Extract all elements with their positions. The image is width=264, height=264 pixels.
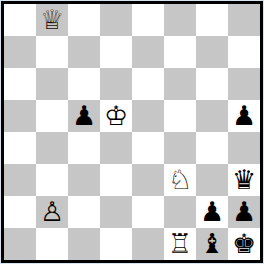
square-d6[interactable] xyxy=(100,68,132,100)
piece-black-pawn-c5: ♟ xyxy=(68,100,100,132)
square-e5[interactable] xyxy=(132,100,164,132)
piece-white-knight-f3: ♘ xyxy=(164,164,196,196)
board-border: ♕♟♔♟♘♛♙♟♟♖♝♚ xyxy=(1,1,263,263)
piece-white-king-d5: ♔ xyxy=(100,100,132,132)
chess-board: ♕♟♔♟♘♛♙♟♟♖♝♚ xyxy=(4,4,260,260)
square-c1[interactable] xyxy=(68,228,100,260)
square-a3[interactable] xyxy=(4,164,36,196)
square-b2[interactable]: ♙ xyxy=(36,196,68,228)
square-d3[interactable] xyxy=(100,164,132,196)
piece-black-bishop-g1: ♝ xyxy=(196,228,228,260)
square-h1[interactable]: ♚ xyxy=(228,228,260,260)
square-c2[interactable] xyxy=(68,196,100,228)
square-g7[interactable] xyxy=(196,36,228,68)
square-g4[interactable] xyxy=(196,132,228,164)
square-f8[interactable] xyxy=(164,4,196,36)
square-e3[interactable] xyxy=(132,164,164,196)
square-f3[interactable]: ♘ xyxy=(164,164,196,196)
piece-black-pawn-h5: ♟ xyxy=(228,100,260,132)
square-a2[interactable] xyxy=(4,196,36,228)
piece-white-pawn-b2: ♙ xyxy=(36,196,68,228)
square-c7[interactable] xyxy=(68,36,100,68)
square-b3[interactable] xyxy=(36,164,68,196)
piece-black-pawn-g2: ♟ xyxy=(196,196,228,228)
square-d1[interactable] xyxy=(100,228,132,260)
square-h2[interactable]: ♟ xyxy=(228,196,260,228)
square-e4[interactable] xyxy=(132,132,164,164)
square-e8[interactable] xyxy=(132,4,164,36)
square-b6[interactable] xyxy=(36,68,68,100)
square-g1[interactable]: ♝ xyxy=(196,228,228,260)
square-h3[interactable]: ♛ xyxy=(228,164,260,196)
square-b4[interactable] xyxy=(36,132,68,164)
square-f6[interactable] xyxy=(164,68,196,100)
square-d2[interactable] xyxy=(100,196,132,228)
square-a7[interactable] xyxy=(4,36,36,68)
square-b5[interactable] xyxy=(36,100,68,132)
square-e6[interactable] xyxy=(132,68,164,100)
square-g8[interactable] xyxy=(196,4,228,36)
square-c8[interactable] xyxy=(68,4,100,36)
square-h5[interactable]: ♟ xyxy=(228,100,260,132)
piece-white-queen-b8: ♕ xyxy=(36,4,68,36)
square-f7[interactable] xyxy=(164,36,196,68)
square-f5[interactable] xyxy=(164,100,196,132)
square-e7[interactable] xyxy=(132,36,164,68)
square-e2[interactable] xyxy=(132,196,164,228)
square-h4[interactable] xyxy=(228,132,260,164)
square-a1[interactable] xyxy=(4,228,36,260)
piece-black-queen-h3: ♛ xyxy=(228,164,260,196)
square-h6[interactable] xyxy=(228,68,260,100)
square-b8[interactable]: ♕ xyxy=(36,4,68,36)
square-d4[interactable] xyxy=(100,132,132,164)
square-f2[interactable] xyxy=(164,196,196,228)
square-f1[interactable]: ♖ xyxy=(164,228,196,260)
square-b7[interactable] xyxy=(36,36,68,68)
diagram-frame: ♕♟♔♟♘♛♙♟♟♖♝♚ xyxy=(0,0,264,264)
piece-white-rook-f1: ♖ xyxy=(164,228,196,260)
square-g2[interactable]: ♟ xyxy=(196,196,228,228)
square-c6[interactable] xyxy=(68,68,100,100)
square-e1[interactable] xyxy=(132,228,164,260)
square-a6[interactable] xyxy=(4,68,36,100)
square-g6[interactable] xyxy=(196,68,228,100)
square-b1[interactable] xyxy=(36,228,68,260)
square-d8[interactable] xyxy=(100,4,132,36)
square-a4[interactable] xyxy=(4,132,36,164)
square-g5[interactable] xyxy=(196,100,228,132)
piece-black-pawn-h2: ♟ xyxy=(228,196,260,228)
square-a8[interactable] xyxy=(4,4,36,36)
square-h7[interactable] xyxy=(228,36,260,68)
square-d7[interactable] xyxy=(100,36,132,68)
square-h8[interactable] xyxy=(228,4,260,36)
piece-black-king-h1: ♚ xyxy=(228,228,260,260)
square-c5[interactable]: ♟ xyxy=(68,100,100,132)
square-d5[interactable]: ♔ xyxy=(100,100,132,132)
square-g3[interactable] xyxy=(196,164,228,196)
square-c3[interactable] xyxy=(68,164,100,196)
square-c4[interactable] xyxy=(68,132,100,164)
square-a5[interactable] xyxy=(4,100,36,132)
square-f4[interactable] xyxy=(164,132,196,164)
